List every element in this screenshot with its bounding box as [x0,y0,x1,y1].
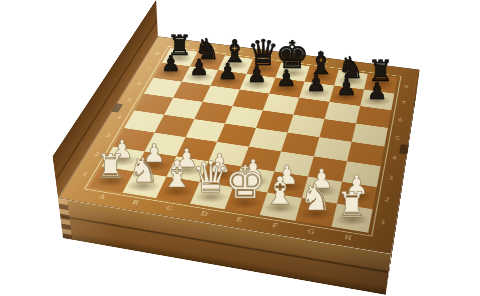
square-g2 [302,177,342,204]
square-h4 [347,142,384,166]
square-c1 [156,177,199,204]
square-e1 [225,187,268,215]
square-d2 [200,161,242,187]
square-b2 [134,151,176,176]
rank-label-right-8: 8 [397,78,415,96]
square-g3 [308,156,347,181]
square-a4 [124,110,164,132]
square-h2 [337,182,377,209]
square-h5 [352,123,388,146]
rank-label-right-6: 6 [391,111,410,131]
board-squares [90,48,398,232]
perspective-container: ABCDEFGH ABCDEFGH 12345678 12345678 [0,0,480,296]
rank-label-right-5: 5 [388,128,408,149]
square-d1 [190,182,233,209]
square-h1 [331,204,372,233]
square-e2 [233,166,274,192]
square-e4 [249,128,288,151]
square-a1 [90,166,134,192]
scene: ABCDEFGH ABCDEFGH 12345678 12345678 ♜♞♝♛… [0,0,480,296]
square-f1 [260,193,302,221]
square-c4 [186,119,225,142]
square-g1 [295,198,337,227]
file-label-h: H [328,229,368,247]
square-c2 [167,156,209,182]
square-g5 [319,119,356,142]
rank-label-right-2: 2 [376,188,398,213]
square-f5 [287,115,324,137]
square-b1 [123,171,167,198]
rank-label-right-1: 1 [372,210,394,237]
square-e5 [256,110,293,132]
square-h3 [342,161,381,187]
rank-label-right-4: 4 [384,147,404,169]
rank-label-right-3: 3 [380,167,401,191]
square-g4 [314,137,352,161]
square-f2 [267,171,308,198]
square-d4 [217,124,256,147]
square-d3 [209,142,249,166]
square-c3 [176,137,217,161]
file-label-g: G [291,223,331,241]
square-a3 [113,128,154,151]
square-e3 [241,147,281,172]
square-b3 [145,133,186,157]
square-a2 [102,147,145,172]
rank-label-right-7: 7 [394,94,412,113]
chess-box: ABCDEFGH ABCDEFGH 12345678 12345678 [58,36,420,254]
square-f4 [281,133,319,157]
square-f3 [274,151,313,176]
